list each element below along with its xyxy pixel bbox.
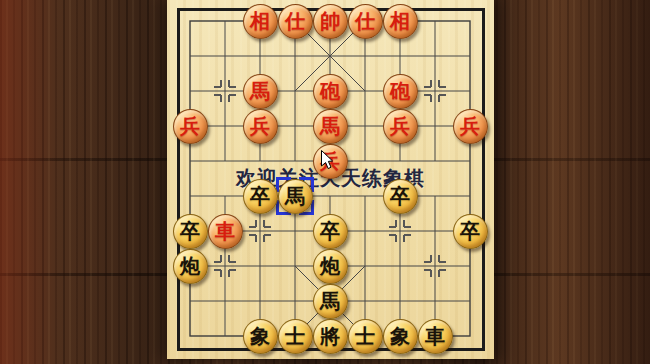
board-point-r9c2[interactable]: 象 — [243, 319, 278, 354]
board-point-r6c1[interactable]: 車 — [208, 214, 243, 249]
board-point-r3c4[interactable]: 馬 — [313, 109, 348, 144]
board-point-r1c8[interactable] — [453, 39, 488, 74]
board-point-r8c5[interactable] — [348, 284, 383, 319]
board-point-r7c0[interactable]: 炮 — [173, 249, 208, 284]
piece-black-cannon-r7c4[interactable]: 炮 — [313, 249, 348, 284]
piece-black-advisor-r9c5[interactable]: 士 — [348, 319, 383, 354]
piece-black-soldier-r6c0[interactable]: 卒 — [173, 214, 208, 249]
piece-black-soldier-r5c2[interactable]: 卒 — [243, 179, 278, 214]
board-point-r6c2[interactable] — [243, 214, 278, 249]
board-point-r5c2[interactable]: 卒 — [243, 179, 278, 214]
piece-black-advisor-r9c3[interactable]: 士 — [278, 319, 313, 354]
board-point-r3c8[interactable]: 兵 — [453, 109, 488, 144]
piece-red-elephant-r0c2[interactable]: 相 — [243, 4, 278, 39]
board-point-r0c2[interactable]: 相 — [243, 4, 278, 39]
board-point-r5c0[interactable] — [173, 179, 208, 214]
board-point-r1c7[interactable] — [418, 39, 453, 74]
board-point-r7c4[interactable]: 炮 — [313, 249, 348, 284]
board-point-r3c5[interactable] — [348, 109, 383, 144]
piece-black-chariot-r9c7[interactable]: 車 — [418, 319, 453, 354]
board-point-r6c3[interactable] — [278, 214, 313, 249]
board-point-r0c7[interactable] — [418, 4, 453, 39]
board-point-r2c6[interactable]: 砲 — [383, 74, 418, 109]
board-point-r8c2[interactable] — [243, 284, 278, 319]
piece-red-soldier-r3c8[interactable]: 兵 — [453, 109, 488, 144]
board-point-r1c1[interactable] — [208, 39, 243, 74]
board-point-r4c3[interactable] — [278, 144, 313, 179]
board-point-r5c5[interactable] — [348, 179, 383, 214]
piece-black-elephant-r9c6[interactable]: 象 — [383, 319, 418, 354]
board-point-r2c7[interactable] — [418, 74, 453, 109]
board-point-r7c6[interactable] — [383, 249, 418, 284]
xiangqi-board: 欢迎关注天天练象棋 相仕帥仕相馬砲砲兵兵馬兵兵兵卒馬卒卒車卒卒炮炮馬象士將士象車 — [167, 0, 494, 359]
board-point-r8c0[interactable] — [173, 284, 208, 319]
piece-black-soldier-r6c8[interactable]: 卒 — [453, 214, 488, 249]
board-point-r0c5[interactable]: 仕 — [348, 4, 383, 39]
board-point-r4c6[interactable] — [383, 144, 418, 179]
mouse-cursor — [321, 150, 335, 170]
board-point-r7c5[interactable] — [348, 249, 383, 284]
piece-black-soldier-r5c6[interactable]: 卒 — [383, 179, 418, 214]
board-point-r0c0[interactable] — [173, 4, 208, 39]
board-point-r1c4[interactable] — [313, 39, 348, 74]
piece-red-advisor-r0c5[interactable]: 仕 — [348, 4, 383, 39]
piece-red-soldier-r3c0[interactable]: 兵 — [173, 109, 208, 144]
board-point-r6c6[interactable] — [383, 214, 418, 249]
board-point-r3c2[interactable]: 兵 — [243, 109, 278, 144]
piece-black-horse-r5c3[interactable]: 馬 — [278, 179, 313, 214]
board-point-r2c1[interactable] — [208, 74, 243, 109]
board-point-r2c4[interactable]: 砲 — [313, 74, 348, 109]
board-point-r9c1[interactable] — [208, 319, 243, 354]
piece-black-general-r9c4[interactable]: 將 — [313, 319, 348, 354]
board-point-r6c4[interactable]: 卒 — [313, 214, 348, 249]
board-point-r9c0[interactable] — [173, 319, 208, 354]
piece-red-chariot-r6c1[interactable]: 車 — [208, 214, 243, 249]
board-point-r4c8[interactable] — [453, 144, 488, 179]
board-point-r9c4[interactable]: 將 — [313, 319, 348, 354]
piece-black-soldier-r6c4[interactable]: 卒 — [313, 214, 348, 249]
board-point-r7c3[interactable] — [278, 249, 313, 284]
board-point-r9c3[interactable]: 士 — [278, 319, 313, 354]
board-point-r6c0[interactable]: 卒 — [173, 214, 208, 249]
piece-red-soldier-r3c6[interactable]: 兵 — [383, 109, 418, 144]
board-point-r9c5[interactable]: 士 — [348, 319, 383, 354]
board-point-r0c8[interactable] — [453, 4, 488, 39]
board-point-r4c7[interactable] — [418, 144, 453, 179]
board-point-r1c0[interactable] — [173, 39, 208, 74]
board-point-r7c8[interactable] — [453, 249, 488, 284]
board-point-r0c3[interactable]: 仕 — [278, 4, 313, 39]
board-point-r3c3[interactable] — [278, 109, 313, 144]
board-point-r8c6[interactable] — [383, 284, 418, 319]
piece-red-horse-r3c4[interactable]: 馬 — [313, 109, 348, 144]
board-grid: 相仕帥仕相馬砲砲兵兵馬兵兵兵卒馬卒卒車卒卒炮炮馬象士將士象車 — [173, 4, 488, 354]
board-point-r8c1[interactable] — [208, 284, 243, 319]
board-point-r2c2[interactable]: 馬 — [243, 74, 278, 109]
board-point-r5c1[interactable] — [208, 179, 243, 214]
board-point-r9c6[interactable]: 象 — [383, 319, 418, 354]
piece-red-advisor-r0c3[interactable]: 仕 — [278, 4, 313, 39]
piece-black-horse-r8c4[interactable]: 馬 — [313, 284, 348, 319]
board-point-r7c1[interactable] — [208, 249, 243, 284]
board-point-r4c5[interactable] — [348, 144, 383, 179]
board-point-r5c6[interactable]: 卒 — [383, 179, 418, 214]
board-point-r3c7[interactable] — [418, 109, 453, 144]
piece-red-horse-r2c2[interactable]: 馬 — [243, 74, 278, 109]
board-point-r2c5[interactable] — [348, 74, 383, 109]
board-point-r2c0[interactable] — [173, 74, 208, 109]
board-point-r4c0[interactable] — [173, 144, 208, 179]
piece-black-cannon-r7c0[interactable]: 炮 — [173, 249, 208, 284]
board-point-r1c2[interactable] — [243, 39, 278, 74]
board-point-r4c2[interactable] — [243, 144, 278, 179]
board-point-r8c8[interactable] — [453, 284, 488, 319]
board-point-r6c7[interactable] — [418, 214, 453, 249]
piece-red-cannon-r2c6[interactable]: 砲 — [383, 74, 418, 109]
board-point-r1c6[interactable] — [383, 39, 418, 74]
piece-red-elephant-r0c6[interactable]: 相 — [383, 4, 418, 39]
board-point-r1c5[interactable] — [348, 39, 383, 74]
board-point-r6c8[interactable]: 卒 — [453, 214, 488, 249]
board-point-r5c7[interactable] — [418, 179, 453, 214]
piece-black-elephant-r9c2[interactable]: 象 — [243, 319, 278, 354]
board-point-r5c4[interactable] — [313, 179, 348, 214]
board-point-r0c6[interactable]: 相 — [383, 4, 418, 39]
board-point-r8c4[interactable]: 馬 — [313, 284, 348, 319]
board-point-r1c3[interactable] — [278, 39, 313, 74]
board-point-r4c1[interactable] — [208, 144, 243, 179]
board-point-r2c3[interactable] — [278, 74, 313, 109]
board-point-r3c1[interactable] — [208, 109, 243, 144]
board-point-r7c2[interactable] — [243, 249, 278, 284]
board-point-r5c3[interactable]: 馬 — [278, 179, 313, 214]
piece-red-general-r0c4[interactable]: 帥 — [313, 4, 348, 39]
board-point-r5c8[interactable] — [453, 179, 488, 214]
board-point-r0c4[interactable]: 帥 — [313, 4, 348, 39]
board-point-r8c7[interactable] — [418, 284, 453, 319]
board-point-r9c8[interactable] — [453, 319, 488, 354]
board-point-r6c5[interactable] — [348, 214, 383, 249]
piece-red-cannon-r2c4[interactable]: 砲 — [313, 74, 348, 109]
board-point-r8c3[interactable] — [278, 284, 313, 319]
board-point-r0c1[interactable] — [208, 4, 243, 39]
board-point-r3c6[interactable]: 兵 — [383, 109, 418, 144]
piece-red-soldier-r3c2[interactable]: 兵 — [243, 109, 278, 144]
board-point-r3c0[interactable]: 兵 — [173, 109, 208, 144]
board-point-r9c7[interactable]: 車 — [418, 319, 453, 354]
board-point-r7c7[interactable] — [418, 249, 453, 284]
board-point-r2c8[interactable] — [453, 74, 488, 109]
